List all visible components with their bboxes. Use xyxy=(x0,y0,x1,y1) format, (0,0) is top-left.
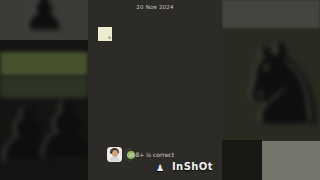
avatar-face xyxy=(112,150,118,157)
blurred-pawn-icon: ♟ xyxy=(22,0,65,36)
file-label: h xyxy=(108,36,111,40)
avatar-shirt xyxy=(109,157,120,162)
backdrop-board-blur-band xyxy=(0,52,88,76)
screenshot-frame: ♟ ♟ ♟ ♞ ‹ 20 Nov 2024 › 8♛♜♚7♟♟6♝♛♝5♝43♟… xyxy=(0,0,320,180)
avatar[interactable] xyxy=(107,147,122,162)
blurred-knight-icon: ♞ xyxy=(233,28,320,140)
puzzle-date-nav: ‹ 20 Nov 2024 › xyxy=(88,0,222,14)
chess-board[interactable]: 8♛♜♚7♟♟6♝♛♝5♝43♟♟♞21abc♚def♜gh xyxy=(98,27,210,139)
next-puzzle-chevron-icon[interactable]: › xyxy=(154,4,157,11)
pawn-logo-icon: ♟ xyxy=(156,163,164,173)
watermark-text: InShOt xyxy=(172,161,213,172)
move-correct-badge: ✓ Qb8+ is correct xyxy=(124,148,134,161)
move-correct-text: Qb8+ is correct xyxy=(127,151,174,158)
square-h1[interactable]: h xyxy=(98,27,112,41)
